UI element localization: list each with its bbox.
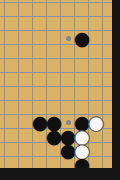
board-cell[interactable] — [33, 143, 47, 157]
board-cell[interactable] — [5, 87, 19, 101]
board-cell[interactable] — [5, 129, 19, 143]
board-cell[interactable]: ● — [75, 157, 89, 168]
board-cell[interactable] — [5, 45, 19, 59]
board-cell[interactable]: ● — [75, 31, 89, 45]
board-cell[interactable] — [19, 129, 33, 143]
board-cell[interactable] — [61, 45, 75, 59]
board-cell[interactable] — [19, 143, 33, 157]
board-cell[interactable] — [103, 3, 112, 17]
board-cell[interactable] — [103, 59, 112, 73]
board-cell[interactable] — [103, 157, 112, 168]
board-cell[interactable] — [75, 87, 89, 101]
board-cell[interactable] — [5, 157, 19, 168]
board-cell[interactable] — [19, 17, 33, 31]
board-cell[interactable] — [75, 3, 89, 17]
board-cell[interactable] — [5, 143, 19, 157]
board-cell[interactable] — [5, 101, 19, 115]
board-cell[interactable] — [5, 73, 19, 87]
board-cell[interactable] — [61, 73, 75, 87]
board-cell[interactable] — [19, 59, 33, 73]
board-cell[interactable] — [89, 73, 103, 87]
board-cell[interactable] — [33, 45, 47, 59]
black-stone: ● — [74, 31, 91, 45]
board-cell[interactable] — [89, 59, 103, 73]
board-cell[interactable] — [75, 73, 89, 87]
board-cell[interactable] — [89, 17, 103, 31]
board-cell[interactable] — [47, 73, 61, 87]
board-cell[interactable] — [5, 31, 19, 45]
go-board: ●●●●●●●●●●● — [0, 0, 112, 168]
board-cell[interactable] — [19, 31, 33, 45]
board-cell[interactable] — [103, 45, 112, 59]
board-cell[interactable] — [19, 3, 33, 17]
board-cell[interactable] — [89, 45, 103, 59]
board-cell[interactable] — [33, 73, 47, 87]
board-cell[interactable] — [103, 115, 112, 129]
board-cell[interactable] — [89, 157, 103, 168]
board-cell[interactable] — [19, 157, 33, 168]
board-cell[interactable] — [89, 143, 103, 157]
board-cell[interactable] — [103, 73, 112, 87]
board-cell[interactable] — [33, 3, 47, 17]
black-stone: ● — [74, 157, 91, 169]
board-cell[interactable] — [61, 3, 75, 17]
board-cell[interactable] — [47, 17, 61, 31]
board-cell[interactable] — [47, 3, 61, 17]
board-cell[interactable] — [33, 17, 47, 31]
board-cell[interactable] — [89, 3, 103, 17]
board-cell[interactable] — [47, 45, 61, 59]
board-cell[interactable] — [47, 157, 61, 168]
board-cell[interactable] — [19, 73, 33, 87]
board-cell[interactable] — [103, 143, 112, 157]
board-cell[interactable] — [47, 87, 61, 101]
board-cell[interactable] — [103, 101, 112, 115]
board-cell[interactable] — [89, 31, 103, 45]
board-cell[interactable] — [103, 31, 112, 45]
board-cell[interactable] — [33, 157, 47, 168]
board-cell[interactable] — [103, 17, 112, 31]
board-cell[interactable] — [103, 129, 112, 143]
board-cell[interactable] — [61, 87, 75, 101]
board-cell[interactable] — [19, 87, 33, 101]
board-cell[interactable] — [19, 45, 33, 59]
board-cell[interactable] — [33, 87, 47, 101]
board-cell[interactable] — [5, 59, 19, 73]
table-background: ●●●●●●●●●●● — [0, 0, 120, 180]
board-cell[interactable] — [75, 45, 89, 59]
board-cell[interactable] — [5, 3, 19, 17]
board-cell[interactable] — [33, 31, 47, 45]
board-cell[interactable] — [33, 59, 47, 73]
board-cell[interactable] — [89, 87, 103, 101]
board-cell[interactable]: ● — [89, 115, 103, 129]
board-cell[interactable] — [89, 129, 103, 143]
board-cell[interactable] — [5, 115, 19, 129]
board-cell[interactable] — [75, 59, 89, 73]
board-cell[interactable] — [47, 31, 61, 45]
star-point — [66, 36, 71, 41]
board-cell[interactable] — [61, 59, 75, 73]
board-cell[interactable] — [103, 87, 112, 101]
board-cell[interactable] — [47, 59, 61, 73]
board-cell[interactable] — [5, 17, 19, 31]
